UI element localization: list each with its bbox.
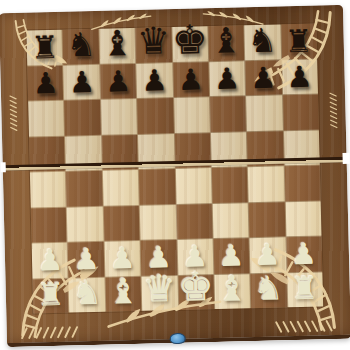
piece-black-pawn-g7[interactable]: ♟	[245, 56, 282, 92]
square-g4[interactable]	[248, 166, 284, 201]
piece-white-rook-h1[interactable]: ♜	[286, 267, 323, 303]
square-b6[interactable]	[65, 100, 101, 135]
hinge-gap-left	[1, 162, 6, 172]
piece-white-pawn-f2[interactable]: ♟	[213, 233, 250, 269]
photo-scene: ♜♞♝♛♚♝♞♜♟♟♟♟♟♟♟♟♟♟♟♟♟♟♟♟♜♞♝♛♚♝♞♜	[0, 0, 350, 350]
piece-white-bishop-c1[interactable]: ♝	[105, 271, 142, 307]
piece-black-pawn-a7[interactable]: ♟	[27, 61, 64, 97]
piece-black-pawn-f7[interactable]: ♟	[208, 57, 245, 93]
piece-black-pawn-b7[interactable]: ♟	[63, 60, 100, 96]
piece-black-knight-g8[interactable]: ♞	[244, 20, 281, 56]
square-d4[interactable]	[139, 169, 175, 204]
square-e4[interactable]	[175, 168, 211, 203]
carving-hatch-bottom-left-icon	[19, 325, 83, 340]
carving-hatch-right-edge-icon	[327, 91, 340, 131]
piece-black-king-e8[interactable]: ♚	[171, 22, 208, 58]
square-f4[interactable]	[212, 167, 248, 202]
piece-white-pawn-h2[interactable]: ♟	[285, 232, 322, 268]
piece-white-queen-d1[interactable]: ♛	[141, 271, 178, 307]
piece-white-bishop-f1[interactable]: ♝	[214, 269, 251, 305]
piece-black-knight-b8[interactable]: ♞	[63, 25, 100, 61]
square-c6[interactable]	[101, 99, 137, 134]
piece-black-pawn-h7[interactable]: ♟	[281, 55, 318, 91]
square-h6[interactable]	[283, 94, 319, 129]
square-e6[interactable]	[174, 97, 210, 132]
piece-black-bishop-f8[interactable]: ♝	[208, 21, 245, 57]
chess-board: ♜♞♝♛♚♝♞♜♟♟♟♟♟♟♟♟♟♟♟♟♟♟♟♟♜♞♝♛♚♝♞♜	[0, 5, 350, 347]
piece-white-rook-a1[interactable]: ♜	[32, 273, 69, 309]
piece-black-queen-d8[interactable]: ♛	[135, 23, 172, 59]
square-d6[interactable]	[137, 98, 173, 133]
square-b4[interactable]	[66, 171, 102, 206]
piece-black-pawn-c7[interactable]: ♟	[100, 59, 137, 95]
square-c4[interactable]	[103, 170, 139, 205]
piece-black-bishop-c8[interactable]: ♝	[99, 24, 136, 60]
piece-white-knight-b1[interactable]: ♞	[69, 272, 106, 308]
square-f6[interactable]	[210, 96, 246, 131]
piece-white-pawn-d2[interactable]: ♟	[140, 235, 177, 271]
square-g6[interactable]	[246, 95, 282, 130]
square-a6[interactable]	[28, 101, 64, 136]
piece-black-pawn-d7[interactable]: ♟	[136, 58, 173, 94]
piece-white-knight-g1[interactable]: ♞	[250, 268, 287, 304]
piece-black-rook-a8[interactable]: ♜	[26, 26, 63, 62]
piece-white-pawn-a2[interactable]: ♟	[31, 238, 68, 274]
piece-black-rook-h8[interactable]: ♜	[280, 20, 317, 56]
hinge-gap-right	[342, 153, 349, 164]
piece-white-pawn-b2[interactable]: ♟	[68, 237, 105, 273]
piece-black-pawn-e7[interactable]: ♟	[172, 58, 209, 94]
square-a4[interactable]	[30, 172, 66, 207]
piece-white-pawn-g2[interactable]: ♟	[249, 233, 286, 269]
piece-white-king-e1[interactable]: ♚	[177, 270, 214, 306]
piece-white-pawn-c2[interactable]: ♟	[104, 236, 141, 272]
carving-hatch-left-edge-icon	[7, 94, 20, 134]
square-h4[interactable]	[284, 165, 320, 200]
clasp	[170, 333, 186, 344]
carving-hatch-bottom-right-icon	[271, 319, 335, 334]
